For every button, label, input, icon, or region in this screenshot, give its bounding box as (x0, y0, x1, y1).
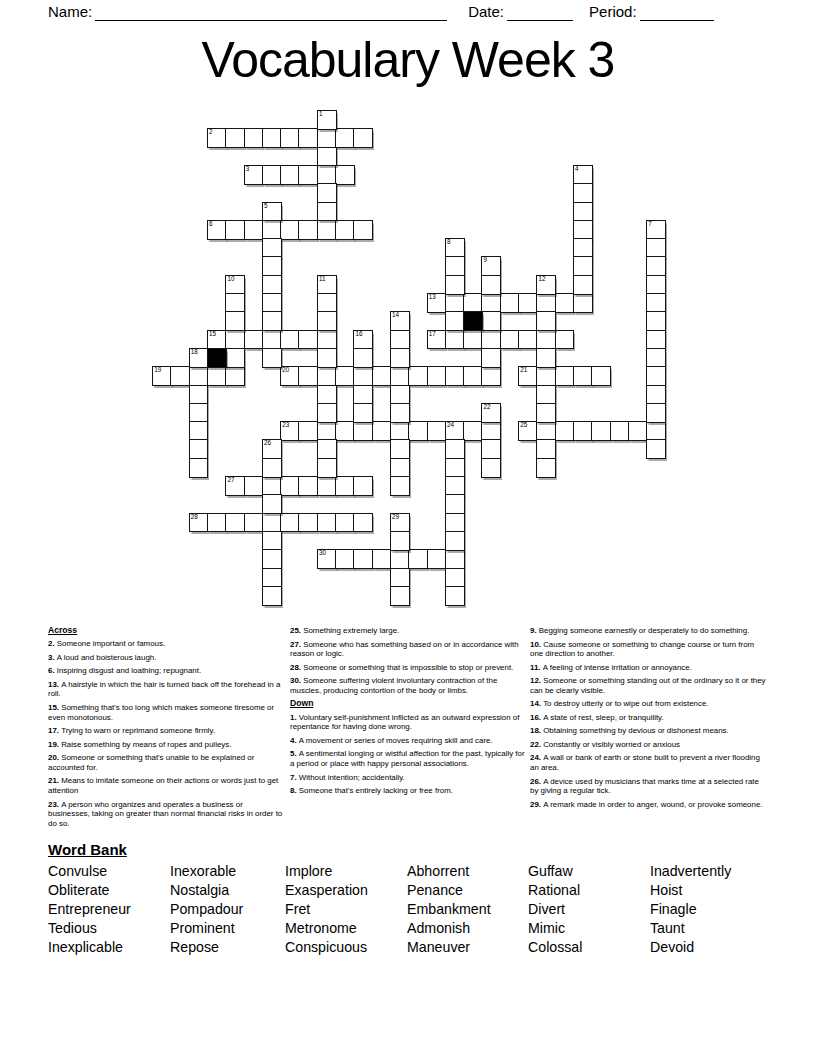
clue-number: 6 (209, 220, 213, 228)
grid-cell-c18-r12[interactable] (481, 330, 501, 350)
clue-number: 29 (392, 513, 399, 521)
grid-cell-c10-r24[interactable] (335, 549, 355, 569)
grid-cell-c8-r20[interactable] (298, 476, 318, 496)
grid-cell-c27-r17[interactable] (646, 421, 666, 441)
grid-cell-c6-r8[interactable] (262, 256, 282, 276)
word-bank-item: Tedious (48, 919, 131, 938)
clue-number: 25 (520, 421, 527, 429)
clue-across-27: 27. Someone who has something based on o… (290, 640, 526, 659)
word-bank-column-3: ImploreExasperationFretMetronomeConspicu… (285, 862, 368, 957)
grid-cell-c16-r19[interactable] (445, 458, 465, 478)
grid-cell-c4-r22[interactable] (225, 513, 245, 533)
grid-cell-c6-r5[interactable]: 5 (262, 202, 282, 222)
grid-cell-c4-r20[interactable]: 27 (225, 476, 245, 496)
clue-down-26: 26. A device used by musicians that mark… (530, 777, 766, 796)
grid-cell-c3-r22[interactable] (207, 513, 227, 533)
grid-cell-c3-r1[interactable]: 2 (207, 128, 227, 148)
clue-number: 21 (520, 366, 527, 374)
grid-cell-c10-r22[interactable] (335, 513, 355, 533)
word-bank-item: Metronome (285, 919, 368, 938)
grid-cell-c27-r14[interactable] (646, 366, 666, 386)
clue-number: 15 (209, 330, 216, 338)
grid-cell-c27-r8[interactable] (646, 256, 666, 276)
word-bank-item: Embankment (407, 900, 491, 919)
grid-cell-c27-r10[interactable] (646, 293, 666, 313)
grid-cell-c16-r26[interactable] (445, 586, 465, 606)
grid-cell-c9-r19[interactable] (317, 458, 337, 478)
grid-cell-c24-r14[interactable] (591, 366, 611, 386)
grid-cell-c21-r15[interactable] (536, 385, 556, 405)
grid-cell-c21-r18[interactable] (536, 439, 556, 459)
grid-cell-c11-r15[interactable] (353, 385, 373, 405)
grid-cell-c6-r21[interactable] (262, 494, 282, 514)
grid-cell-c23-r14[interactable] (573, 366, 593, 386)
grid-cell-c6-r6[interactable] (262, 220, 282, 240)
clue-across-2: 2. Someone important or famous. (48, 639, 284, 649)
grid-cell-c10-r3[interactable] (335, 165, 355, 185)
grid-cell-c10-r17[interactable] (335, 421, 355, 441)
clue-across-3: 3. A loud and boisterous laugh. (48, 653, 284, 663)
grid-cell-c20-r14[interactable]: 21 (518, 366, 538, 386)
word-bank-item: Colossal (528, 938, 582, 957)
grid-cell-c5-r20[interactable] (244, 476, 264, 496)
grid-cell-c15-r10[interactable]: 13 (427, 293, 447, 313)
grid-cell-c9-r18[interactable] (317, 439, 337, 459)
word-bank-item: Repose (170, 938, 243, 957)
grid-cell-c4-r14[interactable] (225, 366, 245, 386)
clue-down-4: 4. A movement or series of moves requiri… (290, 736, 526, 746)
grid-cell-c23-r10[interactable] (573, 293, 593, 313)
clue-across-6: 6. Inspiring disgust and loathing; repug… (48, 666, 284, 676)
grid-cell-c11-r6[interactable] (353, 220, 373, 240)
grid-cell-c15-r12[interactable]: 17 (427, 330, 447, 350)
grid-cell-c4-r9[interactable]: 10 (225, 275, 245, 295)
grid-cell-c16-r22[interactable] (445, 513, 465, 533)
grid-cell-c13-r23[interactable] (390, 531, 410, 551)
grid-cell-c8-r3[interactable] (298, 165, 318, 185)
word-bank-column-2: InexorableNostalgiaPompadourProminentRep… (170, 862, 243, 957)
grid-cell-c6-r25[interactable] (262, 568, 282, 588)
grid-cell-c9-r2[interactable] (317, 147, 337, 167)
clue-number: 30 (319, 549, 326, 557)
grid-cell-c9-r13[interactable] (317, 348, 337, 368)
word-bank-item: Conspicuous (285, 938, 368, 957)
page-title: Vocabulary Week 3 (0, 31, 816, 89)
clue-down-5: 5. A sentimental longing or wistful affe… (290, 749, 526, 768)
word-bank-column-1: ConvulseObliterateEntrepreneurTediousIne… (48, 862, 131, 957)
grid-cell-c4-r13[interactable] (225, 348, 245, 368)
grid-cell-c6-r20[interactable] (262, 476, 282, 496)
grid-cell-c27-r15[interactable] (646, 385, 666, 405)
clue-number: 11 (319, 275, 326, 283)
clue-across-19: 19. Raise something by means of ropes an… (48, 740, 284, 750)
grid-cell-c9-r11[interactable] (317, 311, 337, 331)
grid-cell-c21-r9[interactable]: 12 (536, 275, 556, 295)
clue-number: 18 (191, 348, 198, 356)
grid-cell-c9-r1[interactable] (317, 128, 337, 148)
grid-cell-c6-r26[interactable] (262, 586, 282, 606)
grid-cell-c18-r17[interactable] (481, 421, 501, 441)
grid-cell-c9-r0[interactable]: 1 (317, 110, 337, 130)
grid-cell-c6-r3[interactable] (262, 165, 282, 185)
grid-cell-c6-r7[interactable] (262, 238, 282, 258)
clue-number: 3 (246, 165, 250, 173)
grid-cell-c13-r25[interactable] (390, 568, 410, 588)
grid-cell-c13-r11[interactable]: 14 (390, 311, 410, 331)
grid-cell-c6-r24[interactable] (262, 549, 282, 569)
grid-cell-c10-r14[interactable] (335, 366, 355, 386)
clue-down-11: 11. A feeling of intense irritation or a… (530, 663, 766, 673)
grid-cell-c6-r12[interactable] (262, 330, 282, 350)
clue-across-20: 20. Someone or something that's unable t… (48, 753, 284, 772)
grid-cell-c18-r9[interactable] (481, 275, 501, 295)
grid-cell-c9-r14[interactable] (317, 366, 337, 386)
grid-cell-c16-r24[interactable] (445, 549, 465, 569)
grid-cell-c13-r19[interactable] (390, 458, 410, 478)
grid-cell-c4-r6[interactable] (225, 220, 245, 240)
grid-cell-c2-r16[interactable] (189, 403, 209, 423)
grid-cell-c8-r22[interactable] (298, 513, 318, 533)
grid-cell-c7-r17[interactable]: 23 (280, 421, 300, 441)
grid-cell-c9-r10[interactable] (317, 293, 337, 313)
grid-cell-c16-r21[interactable] (445, 494, 465, 514)
grid-cell-c7-r22[interactable] (280, 513, 300, 533)
grid-cell-c7-r14[interactable]: 20 (280, 366, 300, 386)
grid-cell-c18-r10[interactable] (481, 293, 501, 313)
grid-cell-c6-r10[interactable] (262, 293, 282, 313)
grid-cell-c23-r6[interactable] (573, 220, 593, 240)
grid-cell-c9-r6[interactable] (317, 220, 337, 240)
grid-cell-c11-r13[interactable] (353, 348, 373, 368)
grid-cell-c6-r18[interactable]: 26 (262, 439, 282, 459)
word-bank-item: Exasperation (285, 881, 368, 900)
grid-cell-c9-r5[interactable] (317, 202, 337, 222)
grid-cell-c11-r17[interactable] (353, 421, 373, 441)
grid-cell-c13-r15[interactable] (390, 385, 410, 405)
word-bank-item: Hoist (650, 881, 731, 900)
grid-cell-c9-r9[interactable]: 11 (317, 275, 337, 295)
clue-number: 8 (447, 238, 451, 246)
grid-cell-c27-r18[interactable] (646, 439, 666, 459)
word-bank-title: Word Bank (48, 841, 772, 858)
grid-cell-c27-r11[interactable] (646, 311, 666, 331)
clue-number: 27 (227, 476, 234, 484)
grid-cell-c13-r16[interactable] (390, 403, 410, 423)
grid-cell-c7-r1[interactable] (280, 128, 300, 148)
grid-cell-c9-r20[interactable] (317, 476, 337, 496)
grid-cell-c23-r17[interactable] (573, 421, 593, 441)
down-header: Down (290, 699, 526, 709)
grid-cell-c6-r23[interactable] (262, 531, 282, 551)
grid-cell-c20-r17[interactable]: 25 (518, 421, 538, 441)
grid-cell-c6-r11[interactable] (262, 311, 282, 331)
grid-cell-c6-r22[interactable] (262, 513, 282, 533)
grid-cell-c11-r20[interactable] (353, 476, 373, 496)
grid-cell-c10-r1[interactable] (335, 128, 355, 148)
clue-number: 4 (575, 165, 579, 173)
clue-number: 2 (209, 128, 213, 136)
grid-cell-c23-r5[interactable] (573, 202, 593, 222)
word-bank-item: Prominent (170, 919, 243, 938)
grid-cell-c3-r12[interactable]: 15 (207, 330, 227, 350)
date-blank-line[interactable] (507, 6, 573, 21)
grid-cell-c9-r3[interactable] (317, 165, 337, 185)
grid-cell-c5-r1[interactable] (244, 128, 264, 148)
grid-cell-c5-r22[interactable] (244, 513, 264, 533)
clue-number: 13 (429, 293, 436, 301)
grid-cell-c4-r10[interactable] (225, 293, 245, 313)
word-bank-item: Inexorable (170, 862, 243, 881)
word-bank-item: Nostalgia (170, 881, 243, 900)
grid-cell-c5-r6[interactable] (244, 220, 264, 240)
clue-number: 22 (484, 403, 491, 411)
grid-cell-c21-r12[interactable] (536, 330, 556, 350)
grid-cell-c16-r18[interactable] (445, 439, 465, 459)
grid-cell-c16-r11[interactable] (445, 311, 465, 331)
grid-cell-c13-r18[interactable] (390, 439, 410, 459)
grid-cell-c13-r20[interactable] (390, 476, 410, 496)
grid-cell-c13-r26[interactable] (390, 586, 410, 606)
grid-cell-c27-r6[interactable]: 7 (646, 220, 666, 240)
period-blank-line[interactable] (640, 6, 714, 21)
word-bank-column-5: GuffawRationalDivertMimicColossal (528, 862, 582, 957)
grid-cell-c7-r3[interactable] (280, 165, 300, 185)
clue-down-18: 18. Obtaining something by devious or di… (530, 726, 766, 736)
word-bank-item: Obliterate (48, 881, 131, 900)
clue-down-24: 24. A wall or bank of earth or stone bui… (530, 753, 766, 772)
name-blank-line[interactable] (95, 6, 447, 21)
grid-cell-c6-r13[interactable] (262, 348, 282, 368)
grid-cell-c16-r9[interactable] (445, 275, 465, 295)
grid-cell-c14-r17[interactable] (408, 421, 428, 441)
crossword-grid: 2361315171920212324252728301457891011121… (152, 110, 665, 605)
grid-cell-c22-r12[interactable] (555, 330, 575, 350)
grid-cell-c11-r24[interactable] (353, 549, 373, 569)
grid-cell-c14-r14[interactable] (408, 366, 428, 386)
grid-cell-c27-r9[interactable] (646, 275, 666, 295)
grid-cell-c25-r17[interactable] (610, 421, 630, 441)
word-bank-item: Mimic (528, 919, 582, 938)
clue-number: 1 (319, 110, 323, 118)
grid-cell-c17-r14[interactable] (463, 366, 483, 386)
grid-cell-c13-r22[interactable]: 29 (390, 513, 410, 533)
clue-down-10: 10. Cause someone or something to change… (530, 640, 766, 659)
grid-cell-c5-r12[interactable] (244, 330, 264, 350)
grid-cell-c0-r14[interactable]: 19 (152, 366, 172, 386)
grid-cell-c6-r1[interactable] (262, 128, 282, 148)
grid-cell-c12-r24[interactable] (372, 549, 392, 569)
grid-cell-c12-r17[interactable] (372, 421, 392, 441)
grid-cell-c22-r14[interactable] (555, 366, 575, 386)
grid-cell-c23-r8[interactable] (573, 256, 593, 276)
grid-cell-c13-r24[interactable] (390, 549, 410, 569)
grid-cell-c23-r4[interactable] (573, 183, 593, 203)
grid-cell-c2-r17[interactable] (189, 421, 209, 441)
grid-cell-c4-r11[interactable] (225, 311, 245, 331)
grid-cell-c23-r7[interactable] (573, 238, 593, 258)
grid-cell-c22-r10[interactable] (555, 293, 575, 313)
word-bank-item: Guffaw (528, 862, 582, 881)
grid-cell-c11-r14[interactable] (353, 366, 373, 386)
grid-cell-c4-r12[interactable] (225, 330, 245, 350)
word-bank-item: Entrepreneur (48, 900, 131, 919)
word-bank-item: Admonish (407, 919, 491, 938)
grid-cell-c4-r1[interactable] (225, 128, 245, 148)
worksheet-header: Name: Date: Period: (48, 3, 772, 21)
grid-cell-c13-r14[interactable] (390, 366, 410, 386)
grid-cell-c21-r11[interactable] (536, 311, 556, 331)
grid-cell-c7-r12[interactable] (280, 330, 300, 350)
grid-cell-c7-r20[interactable] (280, 476, 300, 496)
grid-cell-c8-r17[interactable] (298, 421, 318, 441)
clue-across-30: 30. Someone suffering violent involuntar… (290, 676, 526, 695)
grid-cell-c16-r20[interactable] (445, 476, 465, 496)
grid-cell-c9-r17[interactable] (317, 421, 337, 441)
grid-cell-c20-r10[interactable] (518, 293, 538, 313)
grid-cell-c1-r14[interactable] (170, 366, 190, 386)
clue-down-29: 29. A remark made in order to anger, wou… (530, 800, 766, 810)
grid-cell-c21-r17[interactable] (536, 421, 556, 441)
grid-cell-c10-r6[interactable] (335, 220, 355, 240)
grid-cell-c16-r10[interactable] (445, 293, 465, 313)
grid-cell-c27-r13[interactable] (646, 348, 666, 368)
grid-cell-c21-r16[interactable] (536, 403, 556, 423)
clue-number: 28 (191, 513, 198, 521)
grid-cell-c15-r17[interactable] (427, 421, 447, 441)
grid-cell-c2-r18[interactable] (189, 439, 209, 459)
grid-cell-c21-r10[interactable] (536, 293, 556, 313)
clue-column-2: 25. Something extremely large.27. Someon… (290, 626, 526, 800)
grid-cell-c17-r12[interactable] (463, 330, 483, 350)
grid-cell-c2-r14[interactable] (189, 366, 209, 386)
grid-cell-c9-r15[interactable] (317, 385, 337, 405)
grid-cell-c27-r16[interactable] (646, 403, 666, 423)
grid-cell-c3-r6[interactable]: 6 (207, 220, 227, 240)
grid-cell-c12-r14[interactable] (372, 366, 392, 386)
clue-down-12: 12. Someone or something standing out of… (530, 676, 766, 695)
grid-cell-c18-r11[interactable] (481, 311, 501, 331)
grid-cell-c26-r17[interactable] (628, 421, 648, 441)
blocked-cell-c17-r11 (463, 311, 483, 331)
grid-cell-c11-r12[interactable]: 16 (353, 330, 373, 350)
grid-cell-c6-r9[interactable] (262, 275, 282, 295)
grid-cell-c21-r14[interactable] (536, 366, 556, 386)
word-bank-item: Penance (407, 881, 491, 900)
grid-cell-c27-r12[interactable] (646, 330, 666, 350)
grid-cell-c7-r6[interactable] (280, 220, 300, 240)
word-bank-item: Finagle (650, 900, 731, 919)
blocked-cell-c3-r13 (207, 348, 227, 368)
grid-cell-c8-r12[interactable] (298, 330, 318, 350)
grid-cell-c8-r14[interactable] (298, 366, 318, 386)
grid-cell-c16-r12[interactable] (445, 330, 465, 350)
grid-cell-c15-r24[interactable] (427, 549, 447, 569)
grid-cell-c5-r3[interactable]: 3 (244, 165, 264, 185)
grid-cell-c18-r13[interactable] (481, 348, 501, 368)
grid-cell-c18-r14[interactable] (481, 366, 501, 386)
grid-cell-c16-r8[interactable] (445, 256, 465, 276)
grid-cell-c6-r19[interactable] (262, 458, 282, 478)
clue-number: 24 (447, 421, 454, 429)
clue-down-7: 7. Without intention; accidentally. (290, 773, 526, 783)
grid-cell-c19-r12[interactable] (500, 330, 520, 350)
grid-cell-c2-r15[interactable] (189, 385, 209, 405)
grid-cell-c2-r19[interactable] (189, 458, 209, 478)
word-bank-item: Implore (285, 862, 368, 881)
word-bank-item: Convulse (48, 862, 131, 881)
grid-cell-c18-r8[interactable]: 9 (481, 256, 501, 276)
clue-across-21: 21. Means to imitate someone on their ac… (48, 776, 284, 795)
grid-cell-c15-r14[interactable] (427, 366, 447, 386)
grid-cell-c21-r13[interactable] (536, 348, 556, 368)
grid-cell-c11-r1[interactable] (353, 128, 373, 148)
grid-cell-c22-r17[interactable] (555, 421, 575, 441)
clue-across-15: 15. Something that's too long which make… (48, 703, 284, 722)
grid-cell-c24-r17[interactable] (591, 421, 611, 441)
grid-cell-c27-r7[interactable] (646, 238, 666, 258)
grid-cell-c3-r14[interactable] (207, 366, 227, 386)
grid-cell-c9-r4[interactable] (317, 183, 337, 203)
grid-cell-c9-r12[interactable] (317, 330, 337, 350)
word-bank-item: Pompadour (170, 900, 243, 919)
clue-across-23: 23. A person who organizes and operates … (48, 800, 284, 829)
grid-cell-c16-r17[interactable]: 24 (445, 421, 465, 441)
grid-cell-c16-r14[interactable] (445, 366, 465, 386)
grid-cell-c2-r13[interactable]: 18 (189, 348, 209, 368)
grid-cell-c14-r24[interactable] (408, 549, 428, 569)
word-bank-item: Inexplicable (48, 938, 131, 957)
grid-cell-c9-r16[interactable] (317, 403, 337, 423)
word-bank-item: Taunt (650, 919, 731, 938)
clue-number: 5 (264, 202, 268, 210)
grid-cell-c17-r10[interactable] (463, 293, 483, 313)
grid-cell-c16-r23[interactable] (445, 531, 465, 551)
word-bank-item: Maneuver (407, 938, 491, 957)
grid-cell-c18-r19[interactable] (481, 458, 501, 478)
grid-cell-c13-r12[interactable] (390, 330, 410, 350)
grid-cell-c2-r22[interactable]: 28 (189, 513, 209, 533)
grid-cell-c16-r25[interactable] (445, 568, 465, 588)
grid-cell-c8-r1[interactable] (298, 128, 318, 148)
grid-cell-c13-r17[interactable] (390, 421, 410, 441)
clue-across-17: 17. Trying to warn or reprimand someone … (48, 726, 284, 736)
grid-cell-c20-r12[interactable] (518, 330, 538, 350)
grid-cell-c11-r22[interactable] (353, 513, 373, 533)
date-label: Date: (468, 3, 504, 21)
word-bank-item: Divert (528, 900, 582, 919)
grid-cell-c9-r24[interactable]: 30 (317, 549, 337, 569)
grid-cell-c13-r13[interactable] (390, 348, 410, 368)
word-bank-item: Devoid (650, 938, 731, 957)
word-bank-item: Abhorrent (407, 862, 491, 881)
grid-cell-c18-r18[interactable] (481, 439, 501, 459)
word-bank-item: Fret (285, 900, 368, 919)
word-bank: Word Bank ConvulseObliterateEntrepreneur… (48, 841, 772, 861)
grid-cell-c21-r19[interactable] (536, 458, 556, 478)
grid-cell-c16-r7[interactable]: 8 (445, 238, 465, 258)
grid-cell-c23-r3[interactable]: 4 (573, 165, 593, 185)
grid-cell-c18-r16[interactable]: 22 (481, 403, 501, 423)
clue-column-3: 9. Begging someone earnestly or desperat… (530, 626, 766, 813)
grid-cell-c8-r6[interactable] (298, 220, 318, 240)
grid-cell-c9-r22[interactable] (317, 513, 337, 533)
grid-cell-c17-r17[interactable] (463, 421, 483, 441)
grid-cell-c23-r9[interactable] (573, 275, 593, 295)
clue-number: 26 (264, 439, 271, 447)
grid-cell-c11-r16[interactable] (353, 403, 373, 423)
grid-cell-c10-r20[interactable] (335, 476, 355, 496)
grid-cell-c19-r10[interactable] (500, 293, 520, 313)
